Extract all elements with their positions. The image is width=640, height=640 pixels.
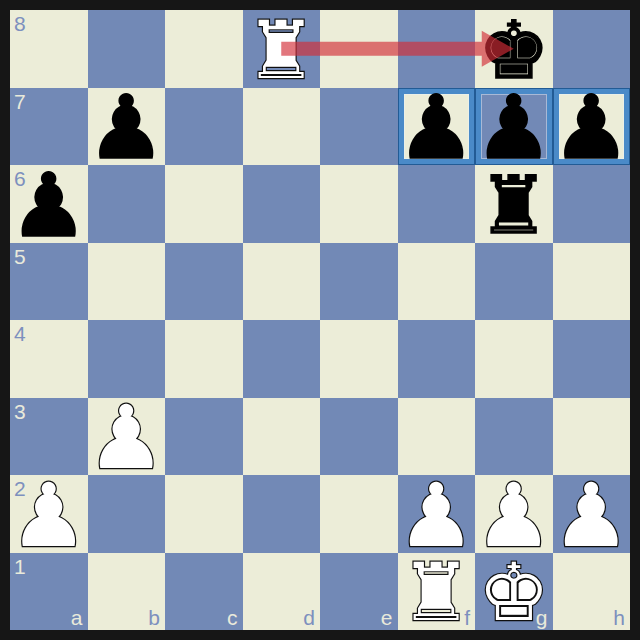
piece-white-pawn[interactable]: ♟ [553, 477, 631, 555]
piece-black-pawn[interactable]: ♟ [475, 90, 553, 168]
square-e5[interactable] [320, 243, 398, 321]
square-b7[interactable]: ♟ [88, 88, 166, 166]
square-f7[interactable]: ♟ [398, 88, 476, 166]
square-g1[interactable]: g♚ [475, 553, 553, 631]
square-a2[interactable]: 2♟ [10, 475, 88, 553]
piece-black-pawn[interactable]: ♟ [398, 90, 476, 168]
rank-label-8: 8 [14, 13, 26, 34]
square-d5[interactable] [243, 243, 321, 321]
file-label-a: a [71, 607, 83, 628]
square-d8[interactable]: ♜ [243, 10, 321, 88]
square-g6[interactable]: ♜ [475, 165, 553, 243]
square-g7[interactable]: ♟ [475, 88, 553, 166]
square-d1[interactable]: d [243, 553, 321, 631]
square-g2[interactable]: ♟ [475, 475, 553, 553]
square-d4[interactable] [243, 320, 321, 398]
square-e7[interactable] [320, 88, 398, 166]
piece-black-pawn[interactable]: ♟ [10, 167, 88, 245]
square-e8[interactable] [320, 10, 398, 88]
chess-board: 8♜♚7♟♟♟♟6♟♜543♟2♟♟♟♟1abcdef♜g♚h [10, 10, 630, 630]
square-f4[interactable] [398, 320, 476, 398]
square-b5[interactable] [88, 243, 166, 321]
square-h5[interactable] [553, 243, 631, 321]
square-c6[interactable] [165, 165, 243, 243]
file-label-d: d [303, 607, 315, 628]
chess-board-screen: 8♜♚7♟♟♟♟6♟♜543♟2♟♟♟♟1abcdef♜g♚h [0, 0, 640, 640]
piece-white-king[interactable]: ♚ [475, 555, 553, 633]
square-g4[interactable] [475, 320, 553, 398]
piece-black-rook[interactable]: ♜ [475, 167, 553, 245]
piece-white-pawn[interactable]: ♟ [398, 477, 476, 555]
square-h7[interactable]: ♟ [553, 88, 631, 166]
square-c5[interactable] [165, 243, 243, 321]
square-e3[interactable] [320, 398, 398, 476]
square-e1[interactable]: e [320, 553, 398, 631]
file-label-h: h [613, 607, 625, 628]
square-c2[interactable] [165, 475, 243, 553]
square-g5[interactable] [475, 243, 553, 321]
square-h2[interactable]: ♟ [553, 475, 631, 553]
square-d3[interactable] [243, 398, 321, 476]
piece-black-pawn[interactable]: ♟ [88, 90, 166, 168]
file-label-b: b [148, 607, 160, 628]
square-a6[interactable]: 6♟ [10, 165, 88, 243]
square-b3[interactable]: ♟ [88, 398, 166, 476]
square-e6[interactable] [320, 165, 398, 243]
square-a4[interactable]: 4 [10, 320, 88, 398]
piece-white-rook[interactable]: ♜ [398, 555, 476, 633]
square-f2[interactable]: ♟ [398, 475, 476, 553]
piece-white-pawn[interactable]: ♟ [475, 477, 553, 555]
square-e2[interactable] [320, 475, 398, 553]
piece-white-rook[interactable]: ♜ [243, 12, 321, 90]
square-e4[interactable] [320, 320, 398, 398]
square-a8[interactable]: 8 [10, 10, 88, 88]
square-c8[interactable] [165, 10, 243, 88]
square-d7[interactable] [243, 88, 321, 166]
square-f5[interactable] [398, 243, 476, 321]
square-c4[interactable] [165, 320, 243, 398]
file-label-e: e [381, 607, 393, 628]
square-d2[interactable] [243, 475, 321, 553]
square-c3[interactable] [165, 398, 243, 476]
square-c1[interactable]: c [165, 553, 243, 631]
square-d6[interactable] [243, 165, 321, 243]
rank-label-4: 4 [14, 323, 26, 344]
square-b1[interactable]: b [88, 553, 166, 631]
square-f1[interactable]: f♜ [398, 553, 476, 631]
rank-label-7: 7 [14, 91, 26, 112]
square-c7[interactable] [165, 88, 243, 166]
piece-black-pawn[interactable]: ♟ [553, 90, 631, 168]
file-label-c: c [227, 607, 238, 628]
piece-white-pawn[interactable]: ♟ [10, 477, 88, 555]
square-h4[interactable] [553, 320, 631, 398]
rank-label-3: 3 [14, 401, 26, 422]
piece-white-pawn[interactable]: ♟ [88, 400, 166, 478]
